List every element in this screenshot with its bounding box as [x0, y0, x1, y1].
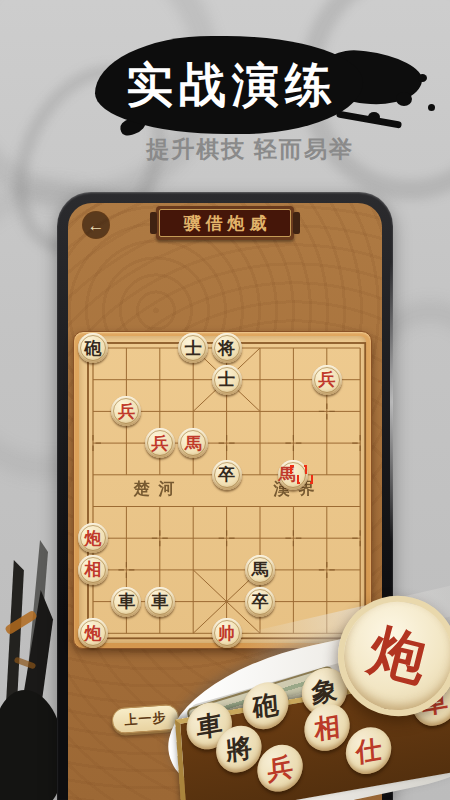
piece-character: 兵 [118, 403, 135, 420]
ink-splatter [428, 104, 435, 111]
back-button[interactable]: ← [82, 211, 110, 239]
piece-red-兵[interactable]: 兵 [312, 365, 342, 395]
puzzle-title-plaque: 骥借炮威 [156, 206, 294, 240]
piece-black-馬[interactable]: 馬 [245, 555, 275, 585]
piece-character: 士 [185, 340, 202, 357]
page-title: 实战演练 [120, 54, 338, 117]
puzzle-title-plaque-inner: 骥借炮威 [159, 209, 291, 237]
puzzle-title: 骥借炮威 [179, 212, 272, 235]
piece-black-士[interactable]: 士 [178, 333, 208, 363]
piece-character: 将 [218, 340, 235, 357]
piece-black-車[interactable]: 車 [111, 587, 141, 617]
piece-red-帅[interactable]: 帅 [212, 618, 242, 648]
piece-character: 卒 [218, 466, 235, 483]
piece-character: 炮 [85, 530, 102, 547]
piece-black-将[interactable]: 将 [212, 333, 242, 363]
back-arrow-icon: ← [88, 217, 105, 234]
piece-character: 兵 [151, 435, 168, 452]
box-piece-character: 兵 [266, 748, 294, 788]
title-ink-blob: 实战演练 [95, 36, 363, 134]
box-piece-red-仕: 仕 [344, 723, 393, 777]
ink-rock [0, 690, 64, 800]
undo-button[interactable]: 上一步 [111, 704, 180, 735]
piece-character: 炮 [85, 625, 102, 642]
last-move-highlight-corner [297, 475, 300, 484]
piece-black-砲[interactable]: 砲 [78, 333, 108, 363]
piece-character: 卒 [252, 593, 269, 610]
river-label-left: 楚河 [122, 479, 186, 501]
piece-character: 士 [218, 371, 235, 388]
piece-black-車[interactable]: 車 [145, 587, 175, 617]
last-move-highlight-corner [304, 465, 307, 474]
box-piece-character: 砲 [252, 686, 280, 726]
xiangqi-board[interactable]: 楚河 漢界 砲士将士兵兵兵馬卒馬炮相馬車車卒炮帅 [73, 331, 372, 649]
screenshot-root: 实战演练 提升棋技 轻而易举 ← 骥借炮威 楚河 漢界 砲士将士兵兵兵馬卒馬炮相… [0, 0, 450, 800]
box-piece-character: 將 [225, 729, 253, 769]
ink-splatter [418, 74, 427, 82]
piece-character: 兵 [318, 371, 335, 388]
ink-splatter [396, 92, 412, 106]
box-piece-red-兵: 兵 [256, 741, 305, 795]
piece-black-卒[interactable]: 卒 [212, 460, 242, 490]
box-piece-character: 仕 [355, 731, 383, 771]
last-move-highlight-corner [310, 475, 313, 484]
piece-red-兵[interactable]: 兵 [145, 428, 175, 458]
page-subtitle: 提升棋技 轻而易举 [0, 134, 450, 165]
piece-character: 砲 [85, 340, 102, 357]
piece-red-馬[interactable]: 馬 [278, 460, 308, 490]
piece-character: 帅 [218, 625, 235, 642]
piece-black-卒[interactable]: 卒 [245, 587, 275, 617]
last-move-highlight-corner [290, 465, 293, 474]
piece-red-炮[interactable]: 炮 [78, 523, 108, 553]
piece-character: 車 [118, 593, 135, 610]
box-piece-character: 相 [313, 708, 341, 748]
piece-character: 車 [151, 593, 168, 610]
big-cannon-character: 炮 [362, 612, 435, 699]
piece-black-士[interactable]: 士 [212, 365, 242, 395]
piece-red-相[interactable]: 相 [78, 555, 108, 585]
piece-character: 相 [85, 561, 102, 578]
piece-character: 馬 [252, 561, 269, 578]
piece-character: 馬 [185, 435, 202, 452]
